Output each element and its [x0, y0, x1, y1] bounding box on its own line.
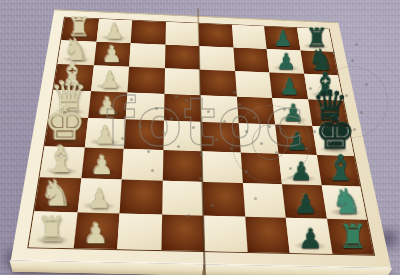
square-f7: ♟ — [278, 153, 321, 185]
green-pawn: ♟ — [272, 98, 312, 126]
green-pawn: ♟ — [269, 72, 307, 99]
green-pawn-glyph: ♟ — [280, 225, 341, 252]
square-g4 — [162, 181, 204, 215]
square-e7: ♟ — [275, 125, 316, 155]
square-f4 — [162, 150, 202, 182]
square-e4 — [163, 121, 202, 151]
square-b4 — [165, 44, 200, 69]
square-d5 — [200, 95, 238, 123]
square-g1: ♞ — [34, 177, 81, 212]
square-g5 — [202, 182, 244, 216]
board-scene: ♜♟♟♜♞♟♟♞♝♟♟♝♛♟♟♛♚♟♟♚♝♟♟♝♞♟♟♞♜♟♟♜ — [0, 0, 400, 275]
square-h4 — [161, 214, 204, 251]
green-pawn-glyph: ♟ — [273, 159, 330, 184]
square-a4 — [165, 22, 199, 46]
square-b5 — [199, 46, 235, 71]
square-b7: ♟ — [267, 49, 304, 74]
square-e5 — [201, 122, 240, 152]
green-pawn: ♟ — [278, 153, 321, 185]
square-c7: ♟ — [269, 72, 307, 99]
square-c4 — [164, 68, 200, 95]
chess-set-photo: ♜♟♟♜♞♟♟♞♝♟♟♝♛♟♟♛♚♟♟♚♝♟♟♝♞♟♟♞♜♟♟♜ fotoc — [0, 0, 400, 275]
square-h5 — [203, 215, 247, 252]
green-pawn: ♟ — [267, 49, 304, 74]
chess-board: ♜♟♟♜♞♟♟♞♝♟♟♝♛♟♟♛♚♟♟♚♝♟♟♝♞♟♟♞♜♟♟♜ — [11, 9, 391, 268]
square-a7: ♟ — [264, 26, 300, 50]
square-d7: ♟ — [272, 98, 312, 126]
white-knight-glyph: ♞ — [26, 175, 86, 211]
green-pawn: ♟ — [275, 125, 316, 155]
white-knight: ♞ — [34, 177, 81, 212]
square-f5 — [202, 151, 243, 183]
square-d4 — [163, 94, 201, 122]
square-h1: ♜ — [29, 211, 78, 248]
square-a5 — [199, 23, 233, 47]
square-c5 — [200, 70, 237, 97]
white-rook: ♜ — [29, 211, 78, 248]
white-rook-glyph: ♜ — [20, 213, 82, 247]
board-front-edge — [10, 260, 393, 275]
green-pawn: ♟ — [264, 26, 300, 50]
green-pawn-glyph: ♟ — [276, 191, 335, 217]
